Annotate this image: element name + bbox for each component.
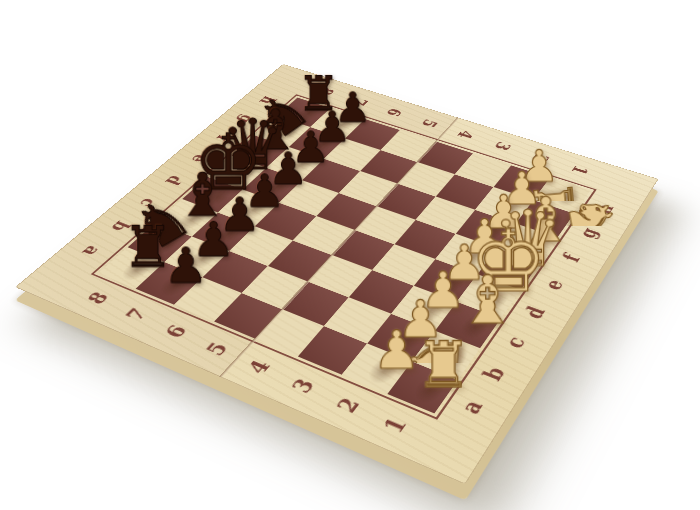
chess-board: abcdefgh abcdefgh 87654321 87654321 ♜♞♝♚… <box>15 64 659 485</box>
black-pawn-a7: ♟ <box>120 243 253 289</box>
white-rook-a1: ♜ <box>370 335 517 395</box>
board-surface: abcdefgh abcdefgh 87654321 87654321 ♜♞♝♚… <box>15 64 659 485</box>
product-photo-scene: abcdefgh abcdefgh 87654321 87654321 ♜♞♝♚… <box>0 0 700 510</box>
